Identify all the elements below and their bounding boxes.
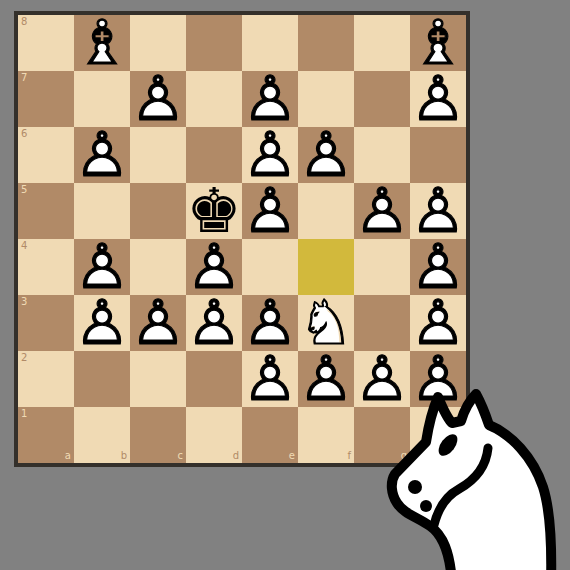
piece-outline-glyph: ♙: [298, 351, 354, 407]
rank-label-8: 8: [21, 17, 27, 27]
rank-label-3: 3: [21, 297, 27, 307]
square-d1[interactable]: d: [186, 407, 242, 463]
file-label-f: f: [347, 451, 351, 461]
piece-outline-glyph: ♙: [242, 351, 298, 407]
square-g8[interactable]: [354, 15, 410, 71]
square-c7[interactable]: ♟♙: [130, 71, 186, 127]
file-label-c: c: [178, 451, 184, 461]
square-b2[interactable]: [74, 351, 130, 407]
rank-label-1: 1: [21, 409, 27, 419]
rank-label-2: 2: [21, 353, 27, 363]
white-pawn-b6[interactable]: ♟♙: [74, 127, 130, 183]
rank-label-4: 4: [21, 241, 27, 251]
white-pawn-f6[interactable]: ♟♙: [298, 127, 354, 183]
white-pawn-c7[interactable]: ♟♙: [130, 71, 186, 127]
white-pawn-g5[interactable]: ♟♙: [354, 183, 410, 239]
square-f5[interactable]: [298, 183, 354, 239]
square-e1[interactable]: e: [242, 407, 298, 463]
piece-outline-glyph: ♙: [242, 183, 298, 239]
square-a6[interactable]: 6: [18, 127, 74, 183]
square-e2[interactable]: ♟♙: [242, 351, 298, 407]
piece-outline-glyph: ♙: [74, 295, 130, 351]
square-d2[interactable]: [186, 351, 242, 407]
square-a2[interactable]: 2: [18, 351, 74, 407]
file-label-a: a: [65, 451, 71, 461]
square-c5[interactable]: [130, 183, 186, 239]
piece-outline-glyph: ♙: [74, 127, 130, 183]
white-pawn-c3[interactable]: ♟♙: [130, 295, 186, 351]
file-label-b: b: [121, 451, 127, 461]
square-c6[interactable]: [130, 127, 186, 183]
square-b3[interactable]: ♟♙: [74, 295, 130, 351]
square-d7[interactable]: [186, 71, 242, 127]
white-knight-logo-icon: [380, 388, 570, 570]
square-f8[interactable]: [298, 15, 354, 71]
square-f1[interactable]: f: [298, 407, 354, 463]
square-b8[interactable]: ♝♗: [74, 15, 130, 71]
square-a5[interactable]: 5: [18, 183, 74, 239]
square-e5[interactable]: ♟♙: [242, 183, 298, 239]
rank-label-5: 5: [21, 185, 27, 195]
piece-outline-glyph: ♙: [410, 71, 466, 127]
square-a3[interactable]: 3: [18, 295, 74, 351]
rank-label-6: 6: [21, 129, 27, 139]
piece-outline-glyph: ♙: [298, 127, 354, 183]
square-f6[interactable]: ♟♙: [298, 127, 354, 183]
square-b6[interactable]: ♟♙: [74, 127, 130, 183]
piece-outline-glyph: ♙: [130, 71, 186, 127]
square-c3[interactable]: ♟♙: [130, 295, 186, 351]
white-pawn-f2[interactable]: ♟♙: [298, 351, 354, 407]
square-d8[interactable]: [186, 15, 242, 71]
white-pawn-e5[interactable]: ♟♙: [242, 183, 298, 239]
white-pawn-d3[interactable]: ♟♙: [186, 295, 242, 351]
white-pawn-h7[interactable]: ♟♙: [410, 71, 466, 127]
white-pawn-b3[interactable]: ♟♙: [74, 295, 130, 351]
piece-outline-glyph: ♗: [74, 15, 130, 71]
square-f2[interactable]: ♟♙: [298, 351, 354, 407]
square-g5[interactable]: ♟♙: [354, 183, 410, 239]
piece-outline-glyph: ♙: [354, 183, 410, 239]
piece-outline-glyph: ♙: [130, 295, 186, 351]
page-background: { "game": "chess", "position": { "fen": …: [0, 0, 570, 570]
square-a4[interactable]: 4: [18, 239, 74, 295]
piece-outline-glyph: ♙: [186, 295, 242, 351]
square-g7[interactable]: [354, 71, 410, 127]
square-a1[interactable]: 1a: [18, 407, 74, 463]
square-a7[interactable]: 7: [18, 71, 74, 127]
square-h7[interactable]: ♟♙: [410, 71, 466, 127]
file-label-e: e: [289, 451, 295, 461]
square-d3[interactable]: ♟♙: [186, 295, 242, 351]
square-b1[interactable]: b: [74, 407, 130, 463]
white-pawn-e2[interactable]: ♟♙: [242, 351, 298, 407]
square-g4[interactable]: [354, 239, 410, 295]
white-bishop-b8[interactable]: ♝♗: [74, 15, 130, 71]
square-c1[interactable]: c: [130, 407, 186, 463]
square-c2[interactable]: [130, 351, 186, 407]
square-a8[interactable]: 8: [18, 15, 74, 71]
file-label-d: d: [233, 451, 239, 461]
rank-label-7: 7: [21, 73, 27, 83]
